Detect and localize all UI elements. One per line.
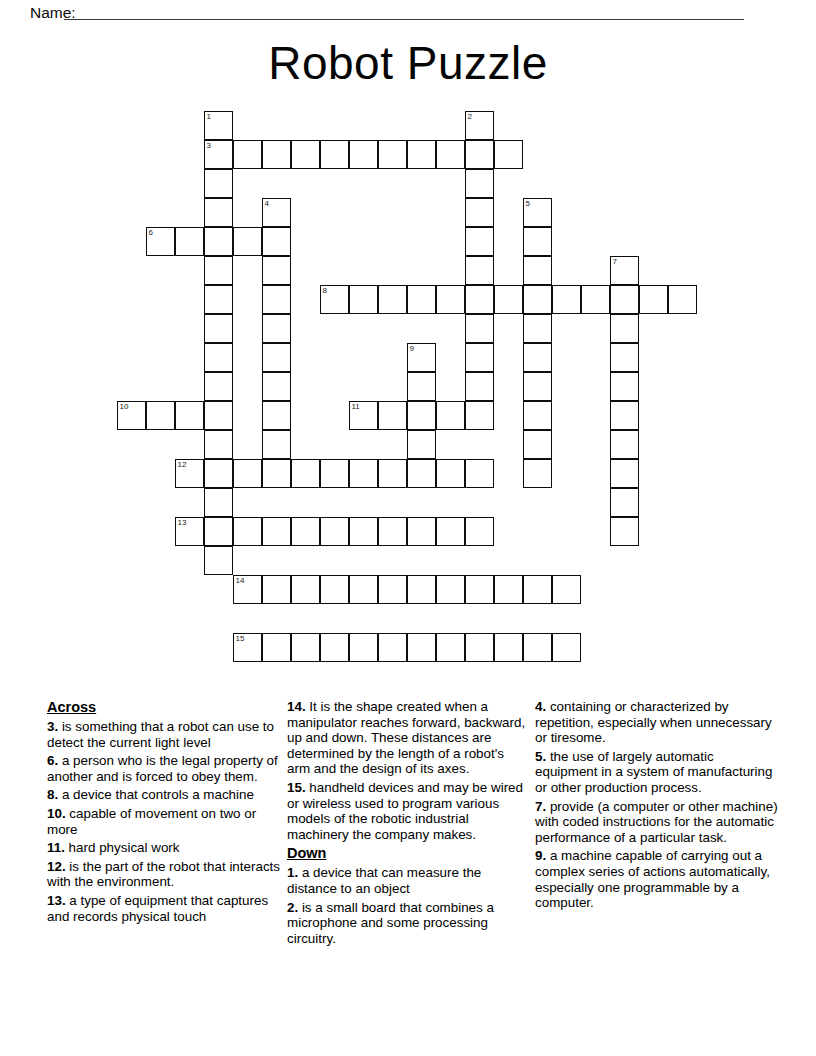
clue-across-10: 10. capable of movement on two or more: [47, 806, 285, 837]
cell-number: 10: [120, 402, 129, 411]
grid-cell[interactable]: [291, 140, 320, 169]
grid-cell[interactable]: [668, 285, 697, 314]
grid-cell[interactable]: [523, 633, 552, 662]
grid-cell[interactable]: [175, 401, 204, 430]
grid-cell[interactable]: [262, 633, 291, 662]
grid-cell[interactable]: [378, 285, 407, 314]
grid-cell[interactable]: [581, 285, 610, 314]
grid-cell[interactable]: [175, 227, 204, 256]
grid-cell[interactable]: [465, 314, 494, 343]
grid-cell[interactable]: 8: [320, 285, 349, 314]
grid-cell[interactable]: 1: [204, 111, 233, 140]
grid-cell[interactable]: [523, 256, 552, 285]
grid-cell[interactable]: [378, 140, 407, 169]
grid-cell[interactable]: [407, 633, 436, 662]
clue-across-15: 15. handheld devices and may be wired or…: [287, 780, 528, 842]
grid-cell[interactable]: [494, 575, 523, 604]
grid-cell[interactable]: [465, 285, 494, 314]
grid-cell[interactable]: [552, 575, 581, 604]
grid-cell[interactable]: [610, 488, 639, 517]
grid-cell[interactable]: 2: [465, 111, 494, 140]
grid-cell[interactable]: 13: [175, 517, 204, 546]
grid-cell[interactable]: [523, 575, 552, 604]
grid-cell[interactable]: [523, 401, 552, 430]
clue-down-5: 5. the use of largely automatic equipmen…: [535, 749, 779, 796]
grid-cell[interactable]: [204, 256, 233, 285]
crossword-grid: 123456789101112131415: [117, 111, 697, 662]
cell-number: 6: [149, 228, 153, 237]
grid-cell[interactable]: 3: [204, 140, 233, 169]
grid-cell[interactable]: [436, 633, 465, 662]
clues-column-2: 14. It is the shape created when a manip…: [287, 699, 528, 949]
grid-cell[interactable]: [523, 314, 552, 343]
grid-cell[interactable]: [378, 459, 407, 488]
grid-cell[interactable]: [436, 517, 465, 546]
grid-cell[interactable]: [465, 401, 494, 430]
cell-number: 15: [236, 634, 245, 643]
grid-cell[interactable]: [436, 401, 465, 430]
grid-cell[interactable]: [291, 575, 320, 604]
grid-cell[interactable]: [320, 633, 349, 662]
clue-across-8: 8. a device that controls a machine: [47, 787, 285, 803]
grid-cell[interactable]: [262, 343, 291, 372]
grid-cell[interactable]: [320, 140, 349, 169]
cell-number: 7: [613, 257, 617, 266]
grid-cell[interactable]: 7: [610, 256, 639, 285]
name-blank-line[interactable]: [64, 3, 744, 20]
grid-cell[interactable]: [465, 517, 494, 546]
grid-cell[interactable]: [610, 517, 639, 546]
grid-cell[interactable]: [378, 633, 407, 662]
cell-number: 9: [410, 344, 414, 353]
grid-cell[interactable]: [407, 430, 436, 459]
grid-cell[interactable]: [523, 430, 552, 459]
grid-cell[interactable]: [204, 372, 233, 401]
grid-cell[interactable]: [262, 430, 291, 459]
clue-down-4: 4. containing or characterized by repeti…: [535, 699, 779, 746]
clue-across-12: 12. is the part of the robot that intera…: [47, 859, 285, 890]
grid-cell[interactable]: [436, 575, 465, 604]
grid-cell[interactable]: [465, 343, 494, 372]
grid-cell[interactable]: [262, 575, 291, 604]
grid-cell[interactable]: [465, 198, 494, 227]
grid-cell[interactable]: [407, 575, 436, 604]
clue-down-1: 1. a device that can measure the distanc…: [287, 865, 528, 896]
grid-cell[interactable]: [465, 372, 494, 401]
grid-cell[interactable]: [552, 285, 581, 314]
cell-number: 1: [207, 112, 211, 121]
grid-cell[interactable]: [436, 285, 465, 314]
clues-column-3: 4. containing or characterized by repeti…: [535, 699, 779, 914]
grid-cell[interactable]: [204, 546, 233, 575]
grid-cell[interactable]: [465, 256, 494, 285]
grid-cell[interactable]: [465, 633, 494, 662]
grid-cell[interactable]: [233, 517, 262, 546]
grid-cell[interactable]: [262, 372, 291, 401]
grid-cell[interactable]: [494, 633, 523, 662]
grid-cell[interactable]: [407, 372, 436, 401]
grid-cell[interactable]: [378, 401, 407, 430]
grid-cell[interactable]: [349, 285, 378, 314]
grid-cell[interactable]: [610, 343, 639, 372]
grid-cell[interactable]: [436, 140, 465, 169]
grid-cell[interactable]: [407, 459, 436, 488]
cell-number: 2: [468, 112, 472, 121]
grid-cell[interactable]: [610, 314, 639, 343]
grid-cell[interactable]: [639, 285, 668, 314]
clue-list-header-down: Down: [287, 845, 528, 861]
grid-cell[interactable]: [378, 517, 407, 546]
clue-across-3: 3. is something that a robot can use to …: [47, 719, 285, 750]
cell-number: 5: [526, 199, 530, 208]
grid-cell[interactable]: [465, 169, 494, 198]
cell-number: 13: [178, 518, 187, 527]
clues-column-1: Across3. is something that a robot can u…: [47, 699, 285, 927]
grid-cell[interactable]: [204, 227, 233, 256]
cell-number: 12: [178, 460, 187, 469]
grid-cell[interactable]: [262, 459, 291, 488]
cell-number: 11: [352, 402, 360, 411]
grid-cell[interactable]: [610, 430, 639, 459]
grid-cell[interactable]: [349, 517, 378, 546]
grid-cell[interactable]: [320, 575, 349, 604]
clue-down-2: 2. is a small board that combines a micr…: [287, 900, 528, 947]
cell-number: 3: [207, 141, 211, 150]
grid-cell[interactable]: 6: [146, 227, 175, 256]
grid-cell[interactable]: [378, 575, 407, 604]
grid-cell[interactable]: [610, 459, 639, 488]
grid-cell[interactable]: [204, 343, 233, 372]
clue-across-13: 13. a type of equipment that captures an…: [47, 893, 285, 924]
grid-cell[interactable]: [204, 314, 233, 343]
cell-number: 4: [265, 199, 269, 208]
grid-cell[interactable]: [262, 314, 291, 343]
grid-cell[interactable]: [204, 430, 233, 459]
grid-cell[interactable]: [262, 227, 291, 256]
grid-cell[interactable]: [262, 256, 291, 285]
grid-cell[interactable]: 15: [233, 633, 262, 662]
grid-cell[interactable]: [233, 140, 262, 169]
grid-cell[interactable]: 11: [349, 401, 378, 430]
grid-cell[interactable]: [233, 459, 262, 488]
grid-cell[interactable]: [523, 343, 552, 372]
grid-cell[interactable]: 4: [262, 198, 291, 227]
grid-cell[interactable]: [262, 517, 291, 546]
clue-down-9: 9. a machine capable of carrying out a c…: [535, 848, 779, 910]
grid-cell[interactable]: [407, 517, 436, 546]
grid-cell[interactable]: [233, 227, 262, 256]
clue-down-7: 7. provide (a computer or other machine)…: [535, 799, 779, 846]
cell-number: 8: [323, 286, 327, 295]
grid-cell[interactable]: [204, 198, 233, 227]
grid-cell[interactable]: 5: [523, 198, 552, 227]
grid-cell[interactable]: [436, 459, 465, 488]
grid-cell[interactable]: [262, 401, 291, 430]
grid-cell[interactable]: [407, 140, 436, 169]
grid-cell[interactable]: [610, 285, 639, 314]
grid-cell[interactable]: [610, 372, 639, 401]
grid-cell[interactable]: [494, 140, 523, 169]
grid-cell[interactable]: [204, 285, 233, 314]
grid-cell[interactable]: [465, 575, 494, 604]
grid-cell[interactable]: [204, 517, 233, 546]
grid-cell[interactable]: [407, 401, 436, 430]
worksheet-page: Name: Robot Puzzle 123456789101112131415…: [0, 0, 816, 1056]
grid-cell[interactable]: [262, 285, 291, 314]
grid-cell[interactable]: [465, 140, 494, 169]
page-title: Robot Puzzle: [0, 36, 816, 90]
grid-cell[interactable]: 12: [175, 459, 204, 488]
grid-cell[interactable]: [204, 401, 233, 430]
grid-cell[interactable]: [320, 517, 349, 546]
grid-cell[interactable]: [291, 459, 320, 488]
grid-cell[interactable]: [523, 285, 552, 314]
grid-cell[interactable]: [465, 459, 494, 488]
grid-cell[interactable]: [349, 633, 378, 662]
grid-cell[interactable]: [407, 285, 436, 314]
cell-number: 14: [236, 576, 245, 585]
clue-across-11: 11. hard physical work: [47, 840, 285, 856]
grid-cell[interactable]: 9: [407, 343, 436, 372]
grid-cell[interactable]: 14: [233, 575, 262, 604]
grid-cell[interactable]: [291, 517, 320, 546]
grid-cell[interactable]: [320, 459, 349, 488]
grid-cell[interactable]: [204, 169, 233, 198]
grid-cell[interactable]: [349, 459, 378, 488]
grid-cell[interactable]: [552, 633, 581, 662]
grid-cell[interactable]: [204, 459, 233, 488]
clue-list-header-across: Across: [47, 699, 285, 715]
grid-cell[interactable]: [262, 140, 291, 169]
grid-cell[interactable]: [349, 140, 378, 169]
grid-cell[interactable]: [610, 401, 639, 430]
grid-cell[interactable]: [523, 372, 552, 401]
grid-cell[interactable]: [204, 488, 233, 517]
grid-cell[interactable]: [494, 285, 523, 314]
grid-cell[interactable]: [523, 459, 552, 488]
grid-cell[interactable]: [523, 227, 552, 256]
grid-cell[interactable]: [349, 575, 378, 604]
clue-across-6: 6. a person who is the legal property of…: [47, 753, 285, 784]
clue-across-14: 14. It is the shape created when a manip…: [287, 699, 528, 777]
grid-cell[interactable]: [146, 401, 175, 430]
grid-cell[interactable]: 10: [117, 401, 146, 430]
grid-cell[interactable]: [291, 633, 320, 662]
grid-cell[interactable]: [465, 227, 494, 256]
